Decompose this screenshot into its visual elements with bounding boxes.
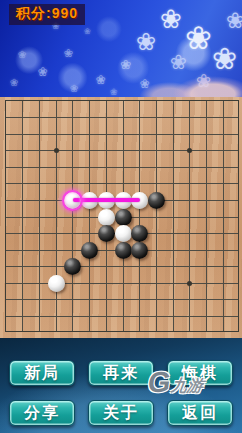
new-game-button[interactable]: 新局 [9, 360, 75, 386]
blossom-icon: ❀ [140, 78, 150, 90]
bottom-panel: 新局 再来 悔棋 分享 关于 返回 G 九游 [0, 338, 242, 433]
grid-line-vertical [206, 101, 207, 331]
grid-line-horizontal [6, 266, 238, 267]
play-again-button[interactable]: 再来 [88, 360, 154, 386]
grid-line-vertical [189, 101, 190, 331]
blossom-icon: ❀ [196, 72, 211, 90]
grid-line-vertical [156, 101, 157, 331]
header-photo: ❀❀❀❀❀❀❀❀❀❀❀❀❀❀❀❀❀❀ 积分:990 [0, 0, 242, 97]
white-stone [48, 275, 65, 292]
about-button[interactable]: 关于 [88, 400, 154, 426]
black-stone [115, 209, 132, 226]
blossom-icon: ❀ [212, 44, 237, 74]
share-button[interactable]: 分享 [9, 400, 75, 426]
star-point [54, 148, 59, 153]
blossom-icon: ❀ [96, 74, 106, 86]
blossom-icon: ❀ [70, 84, 78, 94]
app-screen: ❀❀❀❀❀❀❀❀❀❀❀❀❀❀❀❀❀❀ 积分:990 新局 再来 悔棋 分享 关于… [0, 0, 242, 433]
blossom-icon: ❀ [170, 52, 187, 72]
grid-line-vertical [173, 101, 174, 331]
back-button[interactable]: 返回 [167, 400, 233, 426]
black-stone [81, 242, 98, 259]
blossom-icon: ❀ [64, 48, 73, 59]
blossom-icon: ❀ [226, 10, 242, 32]
star-point [187, 281, 192, 286]
black-stone [131, 242, 148, 259]
black-stone [115, 242, 132, 259]
blossom-icon: ❀ [84, 28, 91, 36]
white-stone [98, 209, 115, 226]
grid-line-vertical [139, 101, 140, 331]
blossom-icon: ❀ [18, 50, 26, 60]
white-stone [115, 225, 132, 242]
blossom-icon: ❀ [160, 6, 182, 32]
score-badge: 积分:990 [9, 4, 85, 25]
black-stone [64, 258, 81, 275]
button-bar: 新局 再来 悔棋 分享 关于 返回 [0, 360, 242, 426]
gomoku-board[interactable] [0, 97, 242, 338]
grid-line-horizontal [6, 316, 238, 317]
black-stone [148, 192, 165, 209]
blossom-icon: ❀ [110, 88, 118, 97]
board-grid[interactable] [5, 100, 239, 332]
black-stone [131, 225, 148, 242]
grid-line-vertical [223, 101, 224, 331]
blossom-icon: ❀ [120, 58, 131, 71]
black-stone [98, 225, 115, 242]
grid-line-horizontal [6, 299, 238, 300]
last-move-ring [62, 190, 83, 211]
undo-move-button[interactable]: 悔棋 [167, 360, 233, 386]
blossom-icon: ❀ [136, 30, 156, 54]
blossom-icon: ❀ [10, 78, 18, 88]
grid-line-horizontal [6, 283, 238, 284]
blossom-icon: ❀ [185, 22, 212, 54]
blossom-icon: ❀ [38, 66, 48, 78]
star-point [187, 148, 192, 153]
